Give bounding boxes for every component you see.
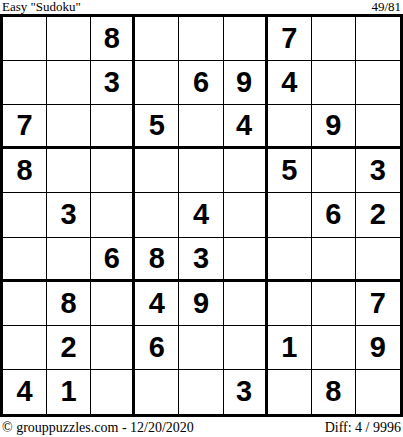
cell-r4c5[interactable]: [179, 149, 223, 193]
cell-r7c1[interactable]: [3, 282, 47, 326]
cell-r6c8[interactable]: [312, 238, 356, 282]
cell-r7c2[interactable]: 8: [47, 282, 91, 326]
empty-cells-counter: 49/81: [371, 0, 401, 13]
cell-r7c7[interactable]: [268, 282, 312, 326]
cell-r1c9[interactable]: [356, 17, 400, 61]
cell-r1c7[interactable]: 7: [268, 17, 312, 61]
cell-r5c4[interactable]: [135, 193, 179, 237]
cell-r6c6[interactable]: [224, 238, 268, 282]
cell-r5c6[interactable]: [224, 193, 268, 237]
puzzle-title: Easy "Sudoku": [2, 0, 81, 13]
cell-r1c5[interactable]: [179, 17, 223, 61]
cell-r4c9[interactable]: 3: [356, 149, 400, 193]
sudoku-grid: 87369475498533462683849726194138: [0, 14, 403, 417]
cell-r9c1[interactable]: 4: [3, 370, 47, 414]
cell-r3c9[interactable]: [356, 105, 400, 149]
cell-r8c1[interactable]: [3, 326, 47, 370]
cell-r2c7[interactable]: 4: [268, 61, 312, 105]
cell-r3c6[interactable]: 4: [224, 105, 268, 149]
cell-r7c3[interactable]: [91, 282, 135, 326]
cell-r8c9[interactable]: 9: [356, 326, 400, 370]
cell-r4c4[interactable]: [135, 149, 179, 193]
cell-r8c6[interactable]: [224, 326, 268, 370]
cell-r9c2[interactable]: 1: [47, 370, 91, 414]
cell-r6c9[interactable]: [356, 238, 400, 282]
cell-r6c3[interactable]: 6: [91, 238, 135, 282]
cell-r2c1[interactable]: [3, 61, 47, 105]
cell-r5c8[interactable]: 6: [312, 193, 356, 237]
cell-r7c4[interactable]: 4: [135, 282, 179, 326]
cell-r1c1[interactable]: [3, 17, 47, 61]
cell-r7c5[interactable]: 9: [179, 282, 223, 326]
cell-r6c5[interactable]: 3: [179, 238, 223, 282]
cell-r2c5[interactable]: 6: [179, 61, 223, 105]
cell-r3c7[interactable]: [268, 105, 312, 149]
cell-r9c5[interactable]: [179, 370, 223, 414]
cell-r8c7[interactable]: 1: [268, 326, 312, 370]
cell-r5c2[interactable]: 3: [47, 193, 91, 237]
cell-r9c9[interactable]: [356, 370, 400, 414]
cell-r8c8[interactable]: [312, 326, 356, 370]
cell-r1c3[interactable]: 8: [91, 17, 135, 61]
cell-r7c6[interactable]: [224, 282, 268, 326]
cell-r2c3[interactable]: 3: [91, 61, 135, 105]
page-footer: © grouppuzzles.com - 12/20/2020 Diff: 4 …: [0, 417, 403, 437]
cell-r7c8[interactable]: [312, 282, 356, 326]
cell-r8c2[interactable]: 2: [47, 326, 91, 370]
cell-r9c7[interactable]: [268, 370, 312, 414]
cell-r1c6[interactable]: [224, 17, 268, 61]
cell-r1c2[interactable]: [47, 17, 91, 61]
cell-r6c7[interactable]: [268, 238, 312, 282]
difficulty-label: Diff: 4 / 9996: [325, 420, 401, 436]
cell-r2c2[interactable]: [47, 61, 91, 105]
cell-r4c6[interactable]: [224, 149, 268, 193]
cell-r3c4[interactable]: 5: [135, 105, 179, 149]
cell-r5c1[interactable]: [3, 193, 47, 237]
cell-r4c1[interactable]: 8: [3, 149, 47, 193]
copyright-credit: © grouppuzzles.com - 12/20/2020: [2, 420, 194, 436]
cell-r4c2[interactable]: [47, 149, 91, 193]
cell-r2c9[interactable]: [356, 61, 400, 105]
cell-r5c9[interactable]: 2: [356, 193, 400, 237]
cell-r3c8[interactable]: 9: [312, 105, 356, 149]
cell-r5c7[interactable]: [268, 193, 312, 237]
cell-r3c5[interactable]: [179, 105, 223, 149]
cell-r3c3[interactable]: [91, 105, 135, 149]
cell-r8c3[interactable]: [91, 326, 135, 370]
cell-r5c5[interactable]: 4: [179, 193, 223, 237]
page-header: Easy "Sudoku" 49/81: [0, 0, 403, 14]
cell-r2c8[interactable]: [312, 61, 356, 105]
cell-r1c4[interactable]: [135, 17, 179, 61]
cell-r5c3[interactable]: [91, 193, 135, 237]
cell-r2c4[interactable]: [135, 61, 179, 105]
cell-r8c5[interactable]: [179, 326, 223, 370]
cell-r9c8[interactable]: 8: [312, 370, 356, 414]
cell-r9c3[interactable]: [91, 370, 135, 414]
cell-r4c3[interactable]: [91, 149, 135, 193]
cell-r4c7[interactable]: 5: [268, 149, 312, 193]
cell-r6c1[interactable]: [3, 238, 47, 282]
cell-r3c1[interactable]: 7: [3, 105, 47, 149]
cell-r6c2[interactable]: [47, 238, 91, 282]
cell-r6c4[interactable]: 8: [135, 238, 179, 282]
cell-r1c8[interactable]: [312, 17, 356, 61]
cell-r7c9[interactable]: 7: [356, 282, 400, 326]
cell-r9c4[interactable]: [135, 370, 179, 414]
cell-r9c6[interactable]: 3: [224, 370, 268, 414]
cell-r8c4[interactable]: 6: [135, 326, 179, 370]
cell-r2c6[interactable]: 9: [224, 61, 268, 105]
cell-r4c8[interactable]: [312, 149, 356, 193]
cell-r3c2[interactable]: [47, 105, 91, 149]
